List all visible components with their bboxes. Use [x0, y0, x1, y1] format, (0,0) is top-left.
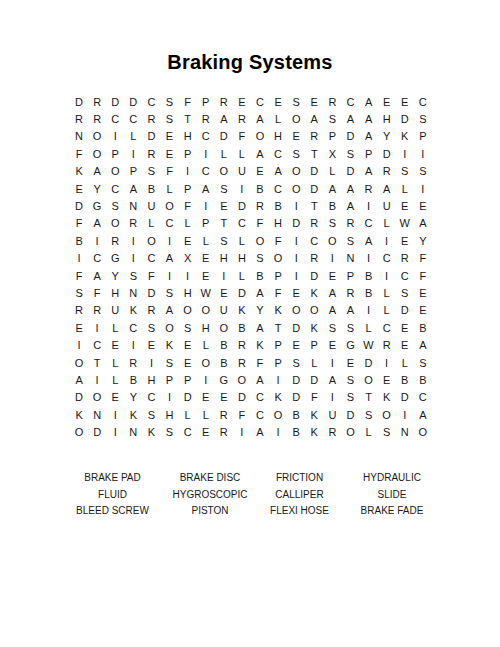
grid-cell[interactable]: E [396, 336, 414, 353]
grid-cell[interactable]: I [160, 389, 178, 406]
grid-cell[interactable]: I [269, 371, 287, 388]
grid-cell[interactable]: C [88, 336, 106, 353]
grid-cell[interactable]: D [396, 302, 414, 319]
grid-cell[interactable]: L [179, 215, 197, 232]
grid-cell[interactable]: P [106, 145, 124, 162]
grid-cell[interactable]: H [378, 110, 396, 127]
grid-cell[interactable]: B [251, 267, 269, 284]
grid-cell[interactable]: C [305, 232, 323, 249]
grid-cell[interactable]: A [360, 163, 378, 180]
grid-cell[interactable]: O [251, 232, 269, 249]
grid-cell[interactable]: S [323, 319, 341, 336]
grid-cell[interactable]: R [70, 302, 88, 319]
grid-cell[interactable]: I [197, 197, 215, 214]
grid-cell[interactable]: X [179, 250, 197, 267]
grid-cell[interactable]: C [106, 180, 124, 197]
grid-cell[interactable]: O [233, 371, 251, 388]
grid-cell[interactable]: L [142, 215, 160, 232]
grid-cell[interactable]: F [179, 197, 197, 214]
grid-cell[interactable]: S [341, 145, 359, 162]
grid-cell[interactable]: O [215, 163, 233, 180]
grid-cell[interactable]: H [160, 406, 178, 423]
grid-cell[interactable]: E [414, 284, 432, 301]
grid-cell[interactable]: I [414, 145, 432, 162]
grid-cell[interactable]: A [341, 110, 359, 127]
grid-cell[interactable]: P [323, 128, 341, 145]
grid-cell[interactable]: G [106, 250, 124, 267]
grid-cell[interactable]: F [305, 389, 323, 406]
grid-cell[interactable]: U [142, 197, 160, 214]
grid-cell[interactable]: B [360, 267, 378, 284]
grid-cell[interactable]: K [396, 128, 414, 145]
grid-cell[interactable]: N [124, 423, 142, 440]
grid-cell[interactable]: K [233, 302, 251, 319]
grid-cell[interactable]: A [341, 180, 359, 197]
grid-cell[interactable]: R [341, 215, 359, 232]
grid-cell[interactable]: D [70, 93, 88, 110]
grid-cell[interactable]: I [197, 145, 215, 162]
grid-cell[interactable]: L [106, 354, 124, 371]
grid-cell[interactable]: A [88, 215, 106, 232]
grid-cell[interactable]: E [197, 267, 215, 284]
grid-cell[interactable]: F [88, 284, 106, 301]
grid-cell[interactable]: D [287, 389, 305, 406]
grid-cell[interactable]: K [251, 336, 269, 353]
grid-cell[interactable]: E [323, 336, 341, 353]
grid-cell[interactable]: G [88, 197, 106, 214]
grid-cell[interactable]: I [106, 423, 124, 440]
grid-cell[interactable]: R [215, 93, 233, 110]
grid-cell[interactable]: T [179, 110, 197, 127]
grid-cell[interactable]: I [378, 267, 396, 284]
grid-cell[interactable]: U [323, 406, 341, 423]
grid-cell[interactable]: S [378, 423, 396, 440]
grid-cell[interactable]: B [360, 284, 378, 301]
grid-cell[interactable]: R [142, 302, 160, 319]
grid-cell[interactable]: D [233, 389, 251, 406]
grid-cell[interactable]: D [287, 371, 305, 388]
grid-cell[interactable]: L [215, 145, 233, 162]
grid-cell[interactable]: O [251, 128, 269, 145]
grid-cell[interactable]: I [287, 250, 305, 267]
grid-cell[interactable]: C [378, 250, 396, 267]
grid-cell[interactable]: P [124, 163, 142, 180]
grid-cell[interactable]: O [360, 371, 378, 388]
grid-cell[interactable]: I [233, 423, 251, 440]
grid-cell[interactable]: F [70, 267, 88, 284]
grid-cell[interactable]: F [70, 215, 88, 232]
grid-cell[interactable]: B [287, 423, 305, 440]
grid-cell[interactable]: R [106, 232, 124, 249]
grid-cell[interactable]: D [341, 406, 359, 423]
grid-cell[interactable]: E [396, 232, 414, 249]
grid-cell[interactable]: I [287, 267, 305, 284]
grid-cell[interactable]: D [142, 128, 160, 145]
grid-cell[interactable]: P [179, 145, 197, 162]
grid-cell[interactable]: C [88, 250, 106, 267]
grid-cell[interactable]: C [341, 93, 359, 110]
grid-cell[interactable]: A [124, 180, 142, 197]
grid-cell[interactable]: L [124, 128, 142, 145]
grid-cell[interactable]: E [70, 319, 88, 336]
grid-cell[interactable]: I [179, 163, 197, 180]
grid-cell[interactable]: A [251, 110, 269, 127]
grid-cell[interactable]: H [215, 250, 233, 267]
grid-cell[interactable]: I [124, 336, 142, 353]
grid-cell[interactable]: T [305, 145, 323, 162]
grid-cell[interactable]: E [197, 389, 215, 406]
grid-cell[interactable]: E [215, 197, 233, 214]
grid-cell[interactable]: C [251, 406, 269, 423]
grid-cell[interactable]: L [378, 302, 396, 319]
grid-cell[interactable]: O [287, 302, 305, 319]
grid-cell[interactable]: A [251, 423, 269, 440]
grid-cell[interactable]: E [323, 267, 341, 284]
grid-cell[interactable]: F [160, 163, 178, 180]
grid-cell[interactable]: I [360, 302, 378, 319]
grid-cell[interactable]: A [215, 110, 233, 127]
grid-cell[interactable]: A [360, 93, 378, 110]
grid-cell[interactable]: W [396, 215, 414, 232]
grid-cell[interactable]: O [305, 302, 323, 319]
grid-cell[interactable]: D [124, 93, 142, 110]
grid-cell[interactable]: A [160, 302, 178, 319]
grid-cell[interactable]: L [233, 267, 251, 284]
grid-cell[interactable]: A [360, 128, 378, 145]
grid-cell[interactable]: R [378, 336, 396, 353]
grid-cell[interactable]: D [142, 284, 160, 301]
grid-cell[interactable]: R [341, 284, 359, 301]
grid-cell[interactable]: I [396, 406, 414, 423]
grid-cell[interactable]: H [269, 128, 287, 145]
grid-cell[interactable]: O [88, 128, 106, 145]
grid-cell[interactable]: L [106, 371, 124, 388]
grid-cell[interactable]: R [124, 354, 142, 371]
grid-cell[interactable]: A [323, 302, 341, 319]
grid-cell[interactable]: R [305, 128, 323, 145]
grid-cell[interactable]: S [179, 319, 197, 336]
grid-cell[interactable]: A [251, 145, 269, 162]
grid-cell[interactable]: E [106, 389, 124, 406]
grid-cell[interactable]: R [88, 110, 106, 127]
grid-cell[interactable]: E [287, 336, 305, 353]
grid-cell[interactable]: S [396, 163, 414, 180]
grid-cell[interactable]: D [305, 180, 323, 197]
grid-cell[interactable]: O [269, 406, 287, 423]
grid-cell[interactable]: F [269, 232, 287, 249]
grid-cell[interactable]: Y [88, 180, 106, 197]
grid-cell[interactable]: E [269, 93, 287, 110]
grid-cell[interactable]: N [88, 406, 106, 423]
grid-cell[interactable]: L [269, 110, 287, 127]
grid-cell[interactable]: E [70, 180, 88, 197]
grid-cell[interactable]: O [269, 250, 287, 267]
grid-cell[interactable]: R [323, 93, 341, 110]
grid-cell[interactable]: I [88, 232, 106, 249]
grid-cell[interactable]: O [88, 389, 106, 406]
grid-cell[interactable]: K [142, 423, 160, 440]
grid-cell[interactable]: D [106, 93, 124, 110]
grid-cell[interactable]: O [88, 145, 106, 162]
grid-cell[interactable]: I [124, 145, 142, 162]
grid-cell[interactable]: I [179, 267, 197, 284]
grid-cell[interactable]: R [396, 250, 414, 267]
grid-cell[interactable]: E [396, 93, 414, 110]
grid-cell[interactable]: L [323, 163, 341, 180]
grid-cell[interactable]: S [215, 180, 233, 197]
grid-cell[interactable]: P [341, 267, 359, 284]
grid-cell[interactable]: S [106, 197, 124, 214]
grid-cell[interactable]: P [269, 267, 287, 284]
grid-cell[interactable]: D [378, 145, 396, 162]
grid-cell[interactable]: B [233, 319, 251, 336]
grid-cell[interactable]: D [360, 354, 378, 371]
grid-cell[interactable]: E [414, 302, 432, 319]
grid-cell[interactable]: G [215, 371, 233, 388]
grid-cell[interactable]: H [106, 284, 124, 301]
grid-cell[interactable]: F [142, 267, 160, 284]
grid-cell[interactable]: P [305, 336, 323, 353]
grid-cell[interactable]: I [88, 319, 106, 336]
grid-cell[interactable]: L [360, 319, 378, 336]
grid-cell[interactable]: K [269, 302, 287, 319]
grid-cell[interactable]: A [414, 336, 432, 353]
grid-cell[interactable]: Y [414, 232, 432, 249]
grid-cell[interactable]: S [341, 389, 359, 406]
grid-cell[interactable]: Y [251, 302, 269, 319]
grid-cell[interactable]: L [197, 336, 215, 353]
grid-cell[interactable]: D [396, 110, 414, 127]
grid-cell[interactable]: W [197, 284, 215, 301]
grid-cell[interactable]: E [197, 423, 215, 440]
grid-cell[interactable]: I [414, 180, 432, 197]
grid-cell[interactable]: D [70, 389, 88, 406]
grid-cell[interactable]: S [323, 215, 341, 232]
grid-cell[interactable]: H [179, 128, 197, 145]
grid-cell[interactable]: A [360, 110, 378, 127]
grid-cell[interactable]: N [341, 250, 359, 267]
grid-cell[interactable]: T [88, 354, 106, 371]
grid-cell[interactable]: L [396, 180, 414, 197]
grid-cell[interactable]: T [305, 197, 323, 214]
grid-cell[interactable]: P [269, 354, 287, 371]
grid-cell[interactable]: K [269, 389, 287, 406]
grid-cell[interactable]: I [233, 180, 251, 197]
grid-cell[interactable]: D [233, 284, 251, 301]
grid-cell[interactable]: Y [378, 128, 396, 145]
grid-cell[interactable]: K [124, 302, 142, 319]
grid-cell[interactable]: R [233, 336, 251, 353]
grid-cell[interactable]: B [215, 354, 233, 371]
grid-cell[interactable]: L [378, 284, 396, 301]
grid-cell[interactable]: E [106, 336, 124, 353]
grid-cell[interactable]: D [233, 197, 251, 214]
grid-cell[interactable]: I [378, 232, 396, 249]
grid-cell[interactable]: T [360, 389, 378, 406]
grid-cell[interactable]: C [233, 215, 251, 232]
grid-cell[interactable]: R [305, 250, 323, 267]
grid-cell[interactable]: H [233, 250, 251, 267]
grid-cell[interactable]: C [360, 215, 378, 232]
grid-cell[interactable]: R [323, 423, 341, 440]
grid-cell[interactable]: U [106, 302, 124, 319]
grid-cell[interactable]: K [305, 423, 323, 440]
grid-cell[interactable]: S [414, 110, 432, 127]
grid-cell[interactable]: A [341, 302, 359, 319]
grid-cell[interactable]: E [251, 163, 269, 180]
grid-cell[interactable]: E [378, 93, 396, 110]
grid-cell[interactable]: K [378, 389, 396, 406]
grid-cell[interactable]: E [179, 354, 197, 371]
grid-cell[interactable]: A [160, 250, 178, 267]
grid-cell[interactable]: I [70, 336, 88, 353]
grid-cell[interactable]: F [233, 128, 251, 145]
grid-cell[interactable]: F [414, 267, 432, 284]
grid-cell[interactable]: S [70, 284, 88, 301]
grid-cell[interactable]: F [269, 284, 287, 301]
grid-cell[interactable]: B [323, 197, 341, 214]
grid-cell[interactable]: I [323, 389, 341, 406]
grid-cell[interactable]: K [124, 406, 142, 423]
grid-cell[interactable]: D [341, 163, 359, 180]
grid-cell[interactable]: K [70, 163, 88, 180]
grid-cell[interactable]: C [124, 110, 142, 127]
grid-cell[interactable]: A [378, 180, 396, 197]
grid-cell[interactable]: Y [106, 267, 124, 284]
grid-cell[interactable]: D [287, 215, 305, 232]
grid-cell[interactable]: K [160, 336, 178, 353]
grid-cell[interactable]: W [360, 336, 378, 353]
grid-cell[interactable]: U [378, 197, 396, 214]
grid-cell[interactable]: A [323, 284, 341, 301]
grid-cell[interactable]: R [197, 110, 215, 127]
grid-cell[interactable]: H [197, 319, 215, 336]
grid-cell[interactable]: I [215, 267, 233, 284]
grid-cell[interactable]: D [70, 197, 88, 214]
grid-cell[interactable]: C [142, 389, 160, 406]
grid-cell[interactable]: S [287, 354, 305, 371]
grid-cell[interactable]: C [142, 250, 160, 267]
grid-cell[interactable]: U [215, 302, 233, 319]
grid-cell[interactable]: O [287, 110, 305, 127]
grid-cell[interactable]: P [414, 128, 432, 145]
grid-cell[interactable]: X [323, 145, 341, 162]
grid-cell[interactable]: D [305, 163, 323, 180]
grid-cell[interactable]: C [142, 93, 160, 110]
grid-cell[interactable]: L [179, 406, 197, 423]
grid-cell[interactable]: B [124, 371, 142, 388]
grid-cell[interactable]: E [287, 128, 305, 145]
grid-cell[interactable]: L [305, 354, 323, 371]
grid-cell[interactable]: R [215, 423, 233, 440]
grid-cell[interactable]: R [124, 215, 142, 232]
grid-cell[interactable]: P [269, 336, 287, 353]
grid-cell[interactable]: R [142, 145, 160, 162]
grid-cell[interactable]: O [70, 423, 88, 440]
grid-cell[interactable]: N [70, 128, 88, 145]
grid-cell[interactable]: P [179, 371, 197, 388]
grid-cell[interactable]: I [269, 423, 287, 440]
grid-cell[interactable]: E [160, 128, 178, 145]
grid-cell[interactable]: C [197, 128, 215, 145]
grid-cell[interactable]: S [287, 145, 305, 162]
grid-cell[interactable]: S [142, 406, 160, 423]
grid-cell[interactable]: E [396, 197, 414, 214]
grid-cell[interactable]: S [287, 93, 305, 110]
grid-cell[interactable]: S [341, 319, 359, 336]
grid-cell[interactable]: G [341, 336, 359, 353]
grid-cell[interactable]: H [269, 215, 287, 232]
grid-cell[interactable]: I [378, 354, 396, 371]
grid-cell[interactable]: C [378, 319, 396, 336]
grid-cell[interactable]: E [414, 197, 432, 214]
grid-cell[interactable]: E [179, 336, 197, 353]
grid-cell[interactable]: R [88, 93, 106, 110]
grid-cell[interactable]: L [233, 232, 251, 249]
grid-cell[interactable]: B [251, 180, 269, 197]
grid-cell[interactable]: I [360, 250, 378, 267]
grid-cell[interactable]: L [160, 180, 178, 197]
grid-cell[interactable]: E [197, 250, 215, 267]
grid-cell[interactable]: L [360, 423, 378, 440]
grid-cell[interactable]: O [106, 163, 124, 180]
grid-cell[interactable]: I [106, 406, 124, 423]
grid-cell[interactable]: E [179, 232, 197, 249]
grid-cell[interactable]: L [378, 215, 396, 232]
grid-cell[interactable]: I [124, 232, 142, 249]
grid-cell[interactable]: S [160, 93, 178, 110]
grid-cell[interactable]: E [233, 93, 251, 110]
grid-cell[interactable]: E [287, 284, 305, 301]
grid-cell[interactable]: C [197, 163, 215, 180]
grid-cell[interactable]: C [251, 389, 269, 406]
grid-cell[interactable]: O [378, 406, 396, 423]
grid-cell[interactable]: S [142, 163, 160, 180]
grid-cell[interactable]: A [305, 110, 323, 127]
grid-cell[interactable]: C [106, 110, 124, 127]
grid-cell[interactable]: B [396, 371, 414, 388]
grid-cell[interactable]: S [160, 354, 178, 371]
grid-cell[interactable]: D [88, 423, 106, 440]
grid-cell[interactable]: S [414, 354, 432, 371]
grid-cell[interactable]: B [70, 232, 88, 249]
grid-cell[interactable]: O [197, 354, 215, 371]
grid-cell[interactable]: R [251, 197, 269, 214]
grid-cell[interactable]: E [160, 145, 178, 162]
grid-cell[interactable]: N [124, 284, 142, 301]
grid-cell[interactable]: I [197, 371, 215, 388]
grid-cell[interactable]: F [233, 406, 251, 423]
grid-cell[interactable]: C [160, 215, 178, 232]
grid-cell[interactable]: R [233, 110, 251, 127]
grid-cell[interactable]: D [396, 389, 414, 406]
grid-cell[interactable]: K [70, 406, 88, 423]
grid-cell[interactable]: I [396, 145, 414, 162]
grid-cell[interactable]: C [179, 423, 197, 440]
grid-cell[interactable]: O [287, 163, 305, 180]
grid-cell[interactable]: I [160, 267, 178, 284]
grid-cell[interactable]: I [323, 250, 341, 267]
grid-cell[interactable]: S [341, 371, 359, 388]
grid-cell[interactable]: F [414, 250, 432, 267]
grid-cell[interactable]: C [414, 389, 432, 406]
grid-cell[interactable]: C [396, 267, 414, 284]
grid-cell[interactable]: A [251, 319, 269, 336]
grid-cell[interactable]: D [305, 371, 323, 388]
grid-cell[interactable]: E [215, 389, 233, 406]
grid-cell[interactable]: A [323, 180, 341, 197]
grid-cell[interactable]: C [124, 319, 142, 336]
